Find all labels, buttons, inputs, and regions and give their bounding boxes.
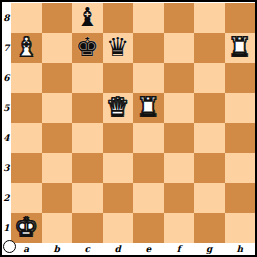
- square-e7[interactable]: [133, 33, 164, 63]
- square-b2[interactable]: [42, 183, 73, 213]
- black-king-c7[interactable]: ♚: [76, 34, 99, 60]
- square-c7[interactable]: ♚: [72, 33, 103, 63]
- square-b3[interactable]: [42, 153, 73, 183]
- square-f5[interactable]: [164, 93, 195, 123]
- square-g6[interactable]: [194, 63, 225, 93]
- square-h2[interactable]: [225, 183, 256, 213]
- square-g7[interactable]: [194, 33, 225, 63]
- chess-diagram: 87654321 ♝♝♚♛♜♛♜♚ abcdefgh: [0, 0, 257, 257]
- square-e2[interactable]: [133, 183, 164, 213]
- square-d2[interactable]: [103, 183, 134, 213]
- square-h5[interactable]: [225, 93, 256, 123]
- square-f3[interactable]: [164, 153, 195, 183]
- square-f1[interactable]: [164, 213, 195, 243]
- chess-board: ♝♝♚♛♜♛♜♚: [11, 3, 255, 243]
- white-king-a1[interactable]: ♚: [15, 214, 38, 240]
- square-d6[interactable]: [103, 63, 134, 93]
- square-a8[interactable]: [11, 3, 42, 33]
- square-b5[interactable]: [42, 93, 73, 123]
- square-h4[interactable]: [225, 123, 256, 153]
- square-g4[interactable]: [194, 123, 225, 153]
- rank-label-1: 1: [2, 213, 11, 243]
- square-g5[interactable]: [194, 93, 225, 123]
- square-c2[interactable]: [72, 183, 103, 213]
- file-label-b: b: [42, 243, 73, 255]
- square-a5[interactable]: [11, 93, 42, 123]
- file-label-c: c: [72, 243, 103, 255]
- square-d3[interactable]: [103, 153, 134, 183]
- square-c3[interactable]: [72, 153, 103, 183]
- square-g1[interactable]: [194, 213, 225, 243]
- square-f8[interactable]: [164, 3, 195, 33]
- square-b6[interactable]: [42, 63, 73, 93]
- file-labels: abcdefgh: [11, 243, 255, 255]
- square-b7[interactable]: [42, 33, 73, 63]
- rank-label-3: 3: [2, 153, 11, 183]
- square-c4[interactable]: [72, 123, 103, 153]
- square-b4[interactable]: [42, 123, 73, 153]
- square-h3[interactable]: [225, 153, 256, 183]
- file-label-f: f: [164, 243, 195, 255]
- square-a7[interactable]: ♝: [11, 33, 42, 63]
- square-a1[interactable]: ♚: [11, 213, 42, 243]
- rank-label-2: 2: [2, 183, 11, 213]
- square-a6[interactable]: [11, 63, 42, 93]
- square-e1[interactable]: [133, 213, 164, 243]
- rank-label-5: 5: [2, 93, 11, 123]
- square-a3[interactable]: [11, 153, 42, 183]
- square-d5[interactable]: ♛: [103, 93, 134, 123]
- rank-label-4: 4: [2, 123, 11, 153]
- square-e6[interactable]: [133, 63, 164, 93]
- square-h6[interactable]: [225, 63, 256, 93]
- square-e4[interactable]: [133, 123, 164, 153]
- square-h8[interactable]: [225, 3, 256, 33]
- square-h7[interactable]: ♜: [225, 33, 256, 63]
- white-to-move-indicator-icon: [3, 240, 16, 253]
- black-bishop-c8[interactable]: ♝: [76, 4, 99, 30]
- square-e5[interactable]: ♜: [133, 93, 164, 123]
- file-label-e: e: [133, 243, 164, 255]
- rank-label-7: 7: [2, 33, 11, 63]
- square-e8[interactable]: [133, 3, 164, 33]
- square-g2[interactable]: [194, 183, 225, 213]
- file-label-g: g: [194, 243, 225, 255]
- file-label-h: h: [225, 243, 256, 255]
- square-c8[interactable]: ♝: [72, 3, 103, 33]
- black-queen-d7[interactable]: ♛: [106, 34, 129, 60]
- square-g3[interactable]: [194, 153, 225, 183]
- square-c6[interactable]: [72, 63, 103, 93]
- square-h1[interactable]: [225, 213, 256, 243]
- square-d4[interactable]: [103, 123, 134, 153]
- square-f7[interactable]: [164, 33, 195, 63]
- square-g8[interactable]: [194, 3, 225, 33]
- square-a2[interactable]: [11, 183, 42, 213]
- square-e3[interactable]: [133, 153, 164, 183]
- square-f4[interactable]: [164, 123, 195, 153]
- square-f6[interactable]: [164, 63, 195, 93]
- square-d1[interactable]: [103, 213, 134, 243]
- rank-label-8: 8: [2, 3, 11, 33]
- square-c5[interactable]: [72, 93, 103, 123]
- square-d7[interactable]: ♛: [103, 33, 134, 63]
- square-d8[interactable]: [103, 3, 134, 33]
- square-c1[interactable]: [72, 213, 103, 243]
- white-queen-d5[interactable]: ♛: [106, 94, 129, 120]
- rank-labels: 87654321: [2, 3, 11, 243]
- white-rook-e5[interactable]: ♜: [137, 94, 160, 120]
- square-b8[interactable]: [42, 3, 73, 33]
- white-rook-h7[interactable]: ♜: [228, 34, 251, 60]
- square-a4[interactable]: [11, 123, 42, 153]
- white-bishop-a7[interactable]: ♝: [15, 34, 38, 60]
- file-label-d: d: [103, 243, 134, 255]
- rank-label-6: 6: [2, 63, 11, 93]
- square-b1[interactable]: [42, 213, 73, 243]
- square-f2[interactable]: [164, 183, 195, 213]
